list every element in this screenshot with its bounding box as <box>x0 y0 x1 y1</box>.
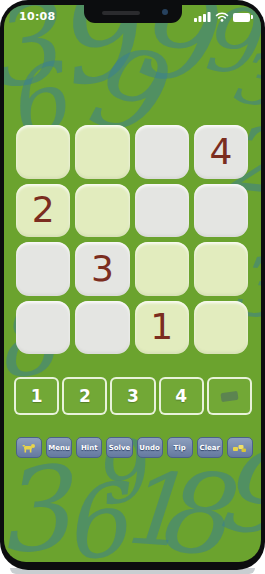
cell-r4c1[interactable] <box>16 301 70 355</box>
status-time: 10:08 <box>19 10 56 23</box>
phone-screen: 3999396283936189 10:08 <box>4 5 261 562</box>
toolbar: MenuHintSolveUndoTipClear <box>16 437 253 458</box>
cell-digit: 2 <box>32 192 55 228</box>
cell-r1c3[interactable] <box>135 125 189 179</box>
sudoku-board: 4231 <box>16 125 248 354</box>
cell-r3c2[interactable]: 3 <box>75 242 129 296</box>
cell-digit: 1 <box>150 309 173 345</box>
cell-r4c2[interactable] <box>75 301 129 355</box>
cell-digit: 4 <box>209 134 232 170</box>
solve-button[interactable]: Solve <box>106 437 132 458</box>
cell-r4c4[interactable] <box>194 301 248 355</box>
menu-button[interactable]: Menu <box>46 437 72 458</box>
signal-bars-icon <box>194 12 211 22</box>
speaker-grille-icon <box>102 11 140 15</box>
cell-r3c3[interactable] <box>135 242 189 296</box>
coins-icon <box>232 443 247 453</box>
cell-r2c2[interactable] <box>75 184 129 238</box>
numpad-1[interactable]: 1 <box>14 377 59 415</box>
phone-mockup: 3999396283936189 10:08 <box>0 0 265 574</box>
tip-button[interactable]: Tip <box>167 437 193 458</box>
bg-digit: 6 <box>57 470 131 562</box>
numpad-4[interactable]: 4 <box>159 377 204 415</box>
front-camera-icon <box>162 9 168 15</box>
undo-button[interactable]: Undo <box>137 437 163 458</box>
cell-r4c3[interactable]: 1 <box>135 301 189 355</box>
coins-button[interactable] <box>227 437 253 458</box>
phone-frame: 3999396283936189 10:08 <box>0 0 265 570</box>
cell-r2c4[interactable] <box>194 184 248 238</box>
dog-icon <box>22 443 36 453</box>
cell-r1c4[interactable]: 4 <box>194 125 248 179</box>
cell-r1c1[interactable] <box>16 125 70 179</box>
status-icons <box>194 12 250 22</box>
numpad-2[interactable]: 2 <box>62 377 107 415</box>
battery-icon <box>233 13 250 22</box>
hint-button[interactable]: Hint <box>76 437 102 458</box>
dog-button[interactable] <box>16 437 42 458</box>
eraser-icon <box>220 390 238 401</box>
cell-digit: 3 <box>91 251 114 287</box>
cell-r2c1[interactable]: 2 <box>16 184 70 238</box>
bg-digit: 3 <box>4 451 73 562</box>
bg-digit: 1 <box>117 458 187 562</box>
bg-digit: 3 <box>225 39 261 119</box>
cell-r3c4[interactable] <box>194 242 248 296</box>
status-bar: 10:08 <box>4 5 261 35</box>
bg-digit: 8 <box>150 454 233 562</box>
cell-r1c2[interactable] <box>75 125 129 179</box>
number-pad: 1234 <box>14 377 252 415</box>
clear-button[interactable]: Clear <box>197 437 223 458</box>
cell-r2c3[interactable] <box>135 184 189 238</box>
wifi-icon <box>215 12 229 22</box>
notch <box>84 5 182 23</box>
numpad-3[interactable]: 3 <box>110 377 155 415</box>
numpad-erase[interactable] <box>207 377 252 415</box>
cell-r3c1[interactable] <box>16 242 70 296</box>
